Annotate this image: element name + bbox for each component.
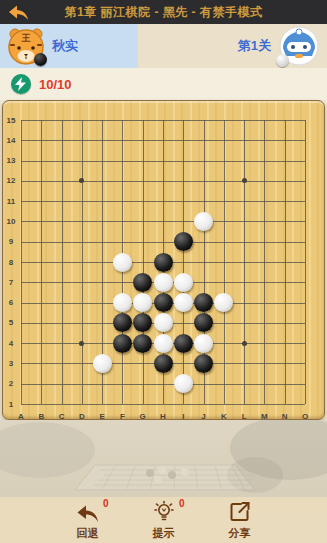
stone-white-J10 bbox=[194, 212, 213, 231]
share-icon bbox=[228, 500, 252, 524]
grid-line-v bbox=[183, 120, 184, 404]
player-stone-black-indicator bbox=[34, 53, 47, 66]
player-bar: 王 秋实 第1关 bbox=[0, 24, 327, 68]
grid-line-v bbox=[305, 120, 306, 404]
artwork-illustration bbox=[0, 420, 327, 497]
energy-icon bbox=[11, 74, 31, 94]
row-coordinate-label: 11 bbox=[4, 197, 18, 206]
page-title: 第1章 丽江棋院 - 黑先 - 有禁手模式 bbox=[0, 4, 327, 21]
opponent-stone-white-indicator bbox=[276, 54, 289, 67]
stone-black-H3 bbox=[154, 354, 173, 373]
energy-row: 10/10 bbox=[0, 68, 327, 100]
stone-white-H5 bbox=[154, 313, 173, 332]
star-point bbox=[79, 178, 84, 183]
row-coordinate-label: 9 bbox=[4, 237, 18, 246]
stone-white-H4 bbox=[154, 334, 173, 353]
row-coordinate-label: 5 bbox=[4, 318, 18, 327]
row-coordinate-label: 8 bbox=[4, 258, 18, 267]
energy-count: 10/10 bbox=[39, 77, 72, 92]
lightning-icon bbox=[15, 77, 27, 91]
hint-label: 提示 bbox=[153, 526, 175, 541]
stone-white-I7 bbox=[174, 273, 193, 292]
player-avatar[interactable]: 王 bbox=[7, 27, 45, 65]
stone-black-F4 bbox=[113, 334, 132, 353]
stone-black-H8 bbox=[154, 253, 173, 272]
stone-black-I4 bbox=[174, 334, 193, 353]
row-coordinate-label: 10 bbox=[4, 217, 18, 226]
share-button[interactable]: 分享 bbox=[217, 500, 263, 543]
stone-black-H6 bbox=[154, 293, 173, 312]
stone-white-K6 bbox=[214, 293, 233, 312]
row-coordinate-label: 4 bbox=[4, 339, 18, 348]
opponent-avatar[interactable] bbox=[279, 26, 319, 66]
player-name: 秋实 bbox=[52, 37, 78, 55]
hint-badge: 0 bbox=[179, 498, 185, 509]
row-coordinate-label: 14 bbox=[4, 136, 18, 145]
stone-white-H7 bbox=[154, 273, 173, 292]
star-point bbox=[79, 341, 84, 346]
row-coordinate-label: 2 bbox=[4, 379, 18, 388]
undo-button[interactable]: 0 回退 bbox=[65, 500, 111, 543]
star-point bbox=[242, 341, 247, 346]
grid-line-v bbox=[224, 120, 225, 404]
gomoku-board[interactable]: 15A14B13C12D11E10F9G8H7I6J5K4L3M2N1O bbox=[2, 100, 325, 420]
grid-line-v bbox=[244, 120, 245, 404]
grid-line-v bbox=[264, 120, 265, 404]
header: 第1章 丽江棋院 - 黑先 - 有禁手模式 bbox=[0, 0, 327, 24]
bottom-toolbar: 0 回退 0 提示 bbox=[0, 497, 327, 543]
opponent-panel: 第1关 bbox=[138, 24, 327, 68]
stone-black-G5 bbox=[133, 313, 152, 332]
undo-label: 回退 bbox=[77, 526, 99, 541]
level-label: 第1关 bbox=[238, 37, 271, 55]
hint-button[interactable]: 0 提示 bbox=[141, 500, 187, 543]
stone-black-F5 bbox=[113, 313, 132, 332]
row-coordinate-label: 6 bbox=[4, 298, 18, 307]
board-grid[interactable] bbox=[21, 120, 305, 404]
svg-text:王: 王 bbox=[21, 33, 31, 43]
star-point bbox=[242, 178, 247, 183]
stone-white-I2 bbox=[174, 374, 193, 393]
row-coordinate-label: 1 bbox=[4, 400, 18, 409]
share-label: 分享 bbox=[229, 526, 251, 541]
row-coordinate-label: 3 bbox=[4, 359, 18, 368]
stone-white-E3 bbox=[93, 354, 112, 373]
row-coordinate-label: 15 bbox=[4, 116, 18, 125]
row-coordinate-label: 13 bbox=[4, 156, 18, 165]
lightbulb-icon bbox=[152, 500, 176, 524]
background-artwork bbox=[0, 420, 327, 497]
stone-black-G4 bbox=[133, 334, 152, 353]
stone-black-I9 bbox=[174, 232, 193, 251]
app-root: 第1章 丽江棋院 - 黑先 - 有禁手模式 王 bbox=[0, 0, 327, 543]
row-coordinate-label: 12 bbox=[4, 176, 18, 185]
stone-white-F6 bbox=[113, 293, 132, 312]
row-coordinate-label: 7 bbox=[4, 278, 18, 287]
stone-white-G6 bbox=[133, 293, 152, 312]
grid-line-h bbox=[21, 404, 305, 405]
stone-white-F8 bbox=[113, 253, 132, 272]
stone-black-J5 bbox=[194, 313, 213, 332]
stone-white-J4 bbox=[194, 334, 213, 353]
stone-black-J3 bbox=[194, 354, 213, 373]
stone-black-J6 bbox=[194, 293, 213, 312]
stone-white-I6 bbox=[174, 293, 193, 312]
stone-black-G7 bbox=[133, 273, 152, 292]
grid-line-v bbox=[285, 120, 286, 404]
undo-icon bbox=[75, 502, 101, 524]
undo-badge: 0 bbox=[103, 498, 109, 509]
grid-line-h bbox=[21, 384, 305, 385]
player-black-panel: 王 秋实 bbox=[0, 24, 138, 68]
